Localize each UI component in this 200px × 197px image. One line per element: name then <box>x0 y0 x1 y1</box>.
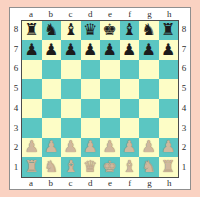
piece-white-bishop[interactable]: ♝ <box>64 158 78 174</box>
square-f6[interactable] <box>120 60 140 80</box>
rank-label-right-1: 1 <box>179 158 189 178</box>
piece-black-queen[interactable]: ♛ <box>83 22 97 38</box>
square-b4[interactable] <box>42 99 62 119</box>
square-g1[interactable]: ♞ <box>139 157 159 177</box>
square-e6[interactable] <box>100 60 120 80</box>
square-d7[interactable]: ♟ <box>81 40 101 60</box>
file-label-top-e: e <box>100 9 120 20</box>
square-b7[interactable]: ♟ <box>42 40 62 60</box>
piece-black-rook[interactable]: ♜ <box>161 22 175 38</box>
square-c5[interactable] <box>61 79 81 99</box>
square-c4[interactable] <box>61 99 81 119</box>
file-label-top-b: b <box>41 9 61 20</box>
square-h5[interactable] <box>159 79 179 99</box>
file-label-bottom-c: c <box>61 178 81 189</box>
piece-white-pawn[interactable]: ♟ <box>64 139 78 155</box>
file-label-bottom-a: a <box>21 178 41 189</box>
rank-label-left-3: 3 <box>11 118 21 138</box>
piece-white-pawn[interactable]: ♟ <box>122 139 136 155</box>
square-e7[interactable]: ♟ <box>100 40 120 60</box>
square-f4[interactable] <box>120 99 140 119</box>
piece-black-pawn[interactable]: ♟ <box>103 41 117 57</box>
piece-black-pawn[interactable]: ♟ <box>25 41 39 57</box>
piece-white-pawn[interactable]: ♟ <box>83 139 97 155</box>
square-g3[interactable] <box>139 118 159 138</box>
piece-white-king[interactable]: ♚ <box>103 158 117 174</box>
piece-white-knight[interactable]: ♞ <box>44 158 58 174</box>
square-h4[interactable] <box>159 99 179 119</box>
file-label-bottom-f: f <box>120 178 140 189</box>
rank-label-right-3: 3 <box>179 118 189 138</box>
piece-black-pawn[interactable]: ♟ <box>64 41 78 57</box>
square-d2[interactable]: ♟ <box>81 138 101 158</box>
square-h3[interactable] <box>159 118 179 138</box>
square-e2[interactable]: ♟ <box>100 138 120 158</box>
rank-label-right-6: 6 <box>179 59 189 79</box>
rank-label-left-2: 2 <box>11 138 21 158</box>
square-d3[interactable] <box>81 118 101 138</box>
piece-white-pawn[interactable]: ♟ <box>103 139 117 155</box>
square-h1[interactable]: ♜ <box>159 157 179 177</box>
piece-black-king[interactable]: ♚ <box>103 22 117 38</box>
file-label-top-c: c <box>61 9 81 20</box>
square-h7[interactable]: ♟ <box>159 40 179 60</box>
piece-black-pawn[interactable]: ♟ <box>44 41 58 57</box>
piece-black-bishop[interactable]: ♝ <box>64 22 78 38</box>
square-c6[interactable] <box>61 60 81 80</box>
file-label-bottom-b: b <box>41 178 61 189</box>
square-a1[interactable]: ♜ <box>22 157 42 177</box>
file-label-bottom-d: d <box>80 178 100 189</box>
file-label-top-h: h <box>159 9 179 20</box>
piece-white-rook[interactable]: ♜ <box>25 158 39 174</box>
diagram-panel: abcdefgh 87654321 ♜♞♝♛♚♝♞♜♟♟♟♟♟♟♟♟♟♟♟♟♟♟… <box>9 7 191 190</box>
square-d1[interactable]: ♛ <box>81 157 101 177</box>
square-d5[interactable] <box>81 79 101 99</box>
square-d4[interactable] <box>81 99 101 119</box>
square-a2[interactable]: ♟ <box>22 138 42 158</box>
piece-white-queen[interactable]: ♛ <box>83 158 97 174</box>
square-g2[interactable]: ♟ <box>139 138 159 158</box>
rank-label-left-6: 6 <box>11 59 21 79</box>
square-g6[interactable] <box>139 60 159 80</box>
square-g8[interactable]: ♞ <box>139 21 159 41</box>
square-a6[interactable] <box>22 60 42 80</box>
square-b6[interactable] <box>42 60 62 80</box>
piece-black-knight[interactable]: ♞ <box>44 22 58 38</box>
square-f3[interactable] <box>120 118 140 138</box>
square-f5[interactable] <box>120 79 140 99</box>
square-h2[interactable]: ♟ <box>159 138 179 158</box>
square-e4[interactable] <box>100 99 120 119</box>
rank-label-right-5: 5 <box>179 79 189 99</box>
piece-black-pawn[interactable]: ♟ <box>161 41 175 57</box>
chess-diagram: { "game": "chess", "position": { "fen": … <box>0 0 200 197</box>
piece-black-rook[interactable]: ♜ <box>25 22 39 38</box>
square-b1[interactable]: ♞ <box>42 157 62 177</box>
square-a3[interactable] <box>22 118 42 138</box>
chess-board: ♜♞♝♛♚♝♞♜♟♟♟♟♟♟♟♟♟♟♟♟♟♟♟♟♜♞♝♛♚♝♞♜ <box>21 20 179 178</box>
file-label-bottom-h: h <box>159 178 179 189</box>
rank-label-left-4: 4 <box>11 99 21 119</box>
square-e8[interactable]: ♚ <box>100 21 120 41</box>
piece-white-pawn[interactable]: ♟ <box>25 139 39 155</box>
square-e5[interactable] <box>100 79 120 99</box>
square-g4[interactable] <box>139 99 159 119</box>
piece-white-pawn[interactable]: ♟ <box>142 139 156 155</box>
square-c3[interactable] <box>61 118 81 138</box>
square-c8[interactable]: ♝ <box>61 21 81 41</box>
file-label-bottom-e: e <box>100 178 120 189</box>
file-label-top-d: d <box>80 9 100 20</box>
square-d8[interactable]: ♛ <box>81 21 101 41</box>
rank-label-left-7: 7 <box>11 39 21 59</box>
piece-black-knight[interactable]: ♞ <box>142 22 156 38</box>
board-middle-row: 87654321 ♜♞♝♛♚♝♞♜♟♟♟♟♟♟♟♟♟♟♟♟♟♟♟♟♜♞♝♛♚♝♞… <box>11 20 189 178</box>
square-f2[interactable]: ♟ <box>120 138 140 158</box>
square-a8[interactable]: ♜ <box>22 21 42 41</box>
piece-black-bishop[interactable]: ♝ <box>122 22 136 38</box>
piece-white-bishop[interactable]: ♝ <box>122 158 136 174</box>
piece-white-rook[interactable]: ♜ <box>161 158 175 174</box>
rank-label-left-8: 8 <box>11 20 21 40</box>
square-b8[interactable]: ♞ <box>42 21 62 41</box>
square-e3[interactable] <box>100 118 120 138</box>
file-label-top-f: f <box>120 9 140 20</box>
square-a4[interactable] <box>22 99 42 119</box>
square-b3[interactable] <box>42 118 62 138</box>
square-h6[interactable] <box>159 60 179 80</box>
piece-white-knight[interactable]: ♞ <box>142 158 156 174</box>
square-h8[interactable]: ♜ <box>159 21 179 41</box>
file-label-bottom-g: g <box>140 178 160 189</box>
piece-white-pawn[interactable]: ♟ <box>161 139 175 155</box>
rank-label-left-1: 1 <box>11 158 21 178</box>
square-a5[interactable] <box>22 79 42 99</box>
rank-label-right-7: 7 <box>179 39 189 59</box>
square-b5[interactable] <box>42 79 62 99</box>
square-c7[interactable]: ♟ <box>61 40 81 60</box>
file-labels-bottom: abcdefgh <box>21 178 179 189</box>
piece-black-pawn[interactable]: ♟ <box>122 41 136 57</box>
square-g5[interactable] <box>139 79 159 99</box>
rank-labels-left: 87654321 <box>11 20 21 178</box>
rank-label-left-5: 5 <box>11 79 21 99</box>
rank-label-right-8: 8 <box>179 20 189 40</box>
square-a7[interactable]: ♟ <box>22 40 42 60</box>
square-e1[interactable]: ♚ <box>100 157 120 177</box>
square-f8[interactable]: ♝ <box>120 21 140 41</box>
square-b2[interactable]: ♟ <box>42 138 62 158</box>
rank-label-right-2: 2 <box>179 138 189 158</box>
piece-black-pawn[interactable]: ♟ <box>142 41 156 57</box>
rank-labels-right: 87654321 <box>179 20 189 178</box>
square-c2[interactable]: ♟ <box>61 138 81 158</box>
file-label-top-g: g <box>140 9 160 20</box>
file-label-top-a: a <box>21 9 41 20</box>
square-d6[interactable] <box>81 60 101 80</box>
square-g7[interactable]: ♟ <box>139 40 159 60</box>
rank-label-right-4: 4 <box>179 99 189 119</box>
piece-black-pawn[interactable]: ♟ <box>83 41 97 57</box>
square-f1[interactable]: ♝ <box>120 157 140 177</box>
square-c1[interactable]: ♝ <box>61 157 81 177</box>
piece-white-pawn[interactable]: ♟ <box>44 139 58 155</box>
square-f7[interactable]: ♟ <box>120 40 140 60</box>
file-labels-top: abcdefgh <box>21 9 179 20</box>
